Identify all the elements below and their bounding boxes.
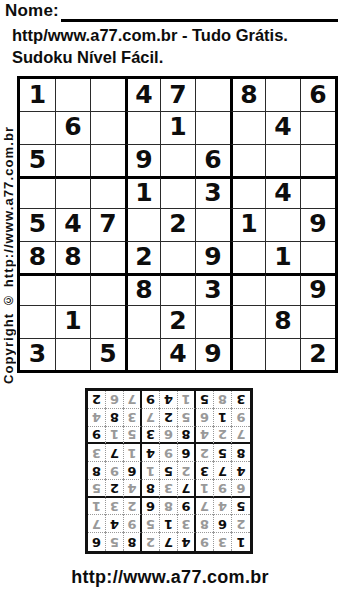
puzzle-cell-r4c6: 3 bbox=[195, 176, 230, 208]
puzzle-cell-r5c2: 4 bbox=[55, 208, 90, 240]
puzzle-cell-r9c3: 5 bbox=[90, 338, 125, 370]
puzzle-cell-r7c4: 8 bbox=[125, 273, 160, 305]
puzzle-cell-r7c6: 3 bbox=[195, 273, 230, 305]
solution-cell-r3c6: 6 bbox=[142, 498, 160, 516]
solution-cell-r4c9: 5 bbox=[88, 480, 106, 498]
solution-cell-r1c2: 3 bbox=[214, 533, 232, 551]
puzzle-cell-r2c5: 1 bbox=[160, 111, 195, 143]
puzzle-cell-r2c3[interactable] bbox=[90, 111, 125, 143]
puzzle-cell-r6c8: 1 bbox=[265, 241, 300, 273]
solution-cell-r5c7: 6 bbox=[124, 462, 142, 480]
solution-cell-r6c9: 3 bbox=[88, 444, 106, 462]
copyright-vertical-text: Copyright © http://www.a77.com.br bbox=[1, 84, 16, 426]
solution-cell-r3c4: 9 bbox=[178, 498, 196, 516]
puzzle-cell-r3c2[interactable] bbox=[55, 144, 90, 176]
puzzle-cell-r5c8[interactable] bbox=[265, 208, 300, 240]
puzzle-cell-r4c8: 4 bbox=[265, 176, 300, 208]
puzzle-cell-r7c3[interactable] bbox=[90, 273, 125, 305]
solution-cell-r8c3: 6 bbox=[196, 409, 214, 427]
solution-cell-r6c1: 8 bbox=[232, 444, 250, 462]
puzzle-cell-r4c3[interactable] bbox=[90, 176, 125, 208]
puzzle-cell-r4c7[interactable] bbox=[230, 176, 265, 208]
puzzle-cell-r3c6: 6 bbox=[195, 144, 230, 176]
solution-cell-r4c4: 7 bbox=[178, 480, 196, 498]
puzzle-cell-r9c9: 2 bbox=[300, 338, 335, 370]
solution-grid: 1394728562683159475479862316917384254732… bbox=[85, 388, 253, 554]
puzzle-cell-r9c2[interactable] bbox=[55, 338, 90, 370]
puzzle-cell-r1c7: 8 bbox=[230, 79, 265, 111]
puzzle-cell-r9c7[interactable] bbox=[230, 338, 265, 370]
solution-cell-r5c2: 7 bbox=[214, 462, 232, 480]
solution-cell-r1c5: 7 bbox=[160, 533, 178, 551]
puzzle-cell-r4c9[interactable] bbox=[300, 176, 335, 208]
puzzle-cell-r8c9[interactable] bbox=[300, 305, 335, 337]
solution-cell-r2c9: 7 bbox=[88, 515, 106, 533]
solution-cell-r3c2: 4 bbox=[214, 498, 232, 516]
puzzle-cell-r3c9[interactable] bbox=[300, 144, 335, 176]
solution-cell-r9c1: 3 bbox=[232, 391, 250, 409]
puzzle-cell-r2c7[interactable] bbox=[230, 111, 265, 143]
puzzle-cell-r4c1[interactable] bbox=[20, 176, 55, 208]
solution-cell-r2c8: 4 bbox=[106, 515, 124, 533]
puzzle-cell-r7c9: 9 bbox=[300, 273, 335, 305]
solution-cell-r4c6: 8 bbox=[142, 480, 160, 498]
solution-cell-r2c2: 6 bbox=[214, 515, 232, 533]
puzzle-cell-r8c1[interactable] bbox=[20, 305, 55, 337]
puzzle-cell-r3c3[interactable] bbox=[90, 144, 125, 176]
puzzle-cell-r6c3[interactable] bbox=[90, 241, 125, 273]
puzzle-cell-r5c6[interactable] bbox=[195, 208, 230, 240]
solution-cell-r5c5: 5 bbox=[160, 462, 178, 480]
solution-cell-r7c8: 1 bbox=[106, 427, 124, 445]
solution-cell-r9c3: 5 bbox=[196, 391, 214, 409]
solution-cell-r4c5: 3 bbox=[160, 480, 178, 498]
solution-cell-r7c4: 8 bbox=[178, 427, 196, 445]
puzzle-cell-r3c8[interactable] bbox=[265, 144, 300, 176]
solution-cell-r9c2: 8 bbox=[214, 391, 232, 409]
puzzle-cell-r7c8[interactable] bbox=[265, 273, 300, 305]
solution-cell-r7c9: 9 bbox=[88, 427, 106, 445]
solution-cell-r9c5: 4 bbox=[160, 391, 178, 409]
puzzle-cell-r1c2[interactable] bbox=[55, 79, 90, 111]
puzzle-cell-r7c5[interactable] bbox=[160, 273, 195, 305]
solution-cell-r8c8: 8 bbox=[106, 409, 124, 427]
puzzle-cell-r8c7[interactable] bbox=[230, 305, 265, 337]
solution-cell-r1c3: 9 bbox=[196, 533, 214, 551]
solution-cell-r2c6: 5 bbox=[142, 515, 160, 533]
puzzle-cell-r1c6[interactable] bbox=[195, 79, 230, 111]
solution-cell-r4c8: 2 bbox=[106, 480, 124, 498]
puzzle-cell-r5c3: 7 bbox=[90, 208, 125, 240]
puzzle-cell-r1c5: 7 bbox=[160, 79, 195, 111]
puzzle-cell-r1c9: 6 bbox=[300, 79, 335, 111]
puzzle-cell-r3c5[interactable] bbox=[160, 144, 195, 176]
puzzle-cell-r2c4[interactable] bbox=[125, 111, 160, 143]
solution-cell-r8c4: 5 bbox=[178, 409, 196, 427]
puzzle-cell-r5c1: 5 bbox=[20, 208, 55, 240]
solution-cell-r7c1: 7 bbox=[232, 427, 250, 445]
solution-cell-r2c4: 3 bbox=[178, 515, 196, 533]
solution-cell-r3c1: 5 bbox=[232, 498, 250, 516]
puzzle-cell-r7c2[interactable] bbox=[55, 273, 90, 305]
solution-cell-r4c1: 6 bbox=[232, 480, 250, 498]
name-underline bbox=[61, 19, 338, 22]
solution-cell-r6c3: 2 bbox=[196, 444, 214, 462]
solution-cell-r1c9: 6 bbox=[88, 533, 106, 551]
footer-url: http://www.a77.com.br bbox=[0, 567, 340, 588]
solution-cell-r3c8: 3 bbox=[106, 498, 124, 516]
solution-cell-r8c1: 9 bbox=[232, 409, 250, 427]
puzzle-cell-r6c2: 8 bbox=[55, 241, 90, 273]
puzzle-cell-r4c5[interactable] bbox=[160, 176, 195, 208]
solution-cell-r1c6: 2 bbox=[142, 533, 160, 551]
puzzle-cell-r1c3[interactable] bbox=[90, 79, 125, 111]
solution-cell-r6c7: 1 bbox=[124, 444, 142, 462]
puzzle-cell-r2c8: 4 bbox=[265, 111, 300, 143]
puzzle-cell-r2c2: 6 bbox=[55, 111, 90, 143]
puzzle-cell-r8c8: 8 bbox=[265, 305, 300, 337]
puzzle-cell-r2c6[interactable] bbox=[195, 111, 230, 143]
solution-cell-r9c7: 7 bbox=[124, 391, 142, 409]
puzzle-cell-r7c7[interactable] bbox=[230, 273, 265, 305]
puzzle-cell-r2c1[interactable] bbox=[20, 111, 55, 143]
puzzle-cell-r2c9[interactable] bbox=[300, 111, 335, 143]
puzzle-cell-r4c4: 1 bbox=[125, 176, 160, 208]
solution-cell-r6c6: 4 bbox=[142, 444, 160, 462]
solution-cell-r6c5: 9 bbox=[160, 444, 178, 462]
solution-cell-r3c5: 8 bbox=[160, 498, 178, 516]
puzzle-grid: 147866145961345472198829183912835492 bbox=[17, 76, 338, 373]
solution-cell-r8c9: 4 bbox=[88, 409, 106, 427]
solution-cell-r5c8: 9 bbox=[106, 462, 124, 480]
solution-cell-r9c8: 6 bbox=[106, 391, 124, 409]
solution-cell-r5c1: 4 bbox=[232, 462, 250, 480]
solution-cell-r3c7: 2 bbox=[124, 498, 142, 516]
solution-cell-r7c5: 6 bbox=[160, 427, 178, 445]
solution-cell-r3c9: 1 bbox=[88, 498, 106, 516]
solution-cell-r2c1: 2 bbox=[232, 515, 250, 533]
puzzle-cell-r3c7[interactable] bbox=[230, 144, 265, 176]
solution-cell-r2c7: 9 bbox=[124, 515, 142, 533]
solution-cell-r8c5: 2 bbox=[160, 409, 178, 427]
solution-cell-r5c9: 8 bbox=[88, 462, 106, 480]
puzzle-cell-r9c4[interactable] bbox=[125, 338, 160, 370]
puzzle-cell-r6c4: 2 bbox=[125, 241, 160, 273]
solution-cell-r1c8: 5 bbox=[106, 533, 124, 551]
puzzle-cell-r6c6: 9 bbox=[195, 241, 230, 273]
puzzle-cell-r6c7[interactable] bbox=[230, 241, 265, 273]
solution-cell-r4c7: 4 bbox=[124, 480, 142, 498]
puzzle-cell-r9c5: 4 bbox=[160, 338, 195, 370]
puzzle-cell-r9c6: 9 bbox=[195, 338, 230, 370]
solution-cell-r7c2: 2 bbox=[214, 427, 232, 445]
solution-cell-r7c3: 4 bbox=[196, 427, 214, 445]
puzzle-cell-r8c6[interactable] bbox=[195, 305, 230, 337]
puzzle-cell-r1c1: 1 bbox=[20, 79, 55, 111]
solution-cell-r2c5: 1 bbox=[160, 515, 178, 533]
solution-cell-r8c6: 7 bbox=[142, 409, 160, 427]
solution-cell-r4c3: 1 bbox=[196, 480, 214, 498]
solution-cell-r6c8: 7 bbox=[106, 444, 124, 462]
puzzle-cell-r5c9: 9 bbox=[300, 208, 335, 240]
puzzle-cell-r5c7: 1 bbox=[230, 208, 265, 240]
name-label: Nome: bbox=[5, 1, 59, 21]
solution-cell-r2c3: 8 bbox=[196, 515, 214, 533]
solution-cell-r9c4: 1 bbox=[178, 391, 196, 409]
puzzle-cell-r3c4: 9 bbox=[125, 144, 160, 176]
site-title: http/www.a77.com.br - Tudo Grátis. bbox=[12, 26, 288, 45]
solution-cell-r8c2: 1 bbox=[214, 409, 232, 427]
puzzle-cell-r8c5: 2 bbox=[160, 305, 195, 337]
solution-cell-r9c6: 9 bbox=[142, 391, 160, 409]
puzzle-cell-r8c4[interactable] bbox=[125, 305, 160, 337]
solution-cell-r3c3: 7 bbox=[196, 498, 214, 516]
puzzle-cell-r7c1[interactable] bbox=[20, 273, 55, 305]
solution-cell-r1c4: 4 bbox=[178, 533, 196, 551]
solution-cell-r1c1: 1 bbox=[232, 533, 250, 551]
puzzle-cell-r3c1: 5 bbox=[20, 144, 55, 176]
solution-cell-r9c9: 2 bbox=[88, 391, 106, 409]
solution-cell-r8c7: 3 bbox=[124, 409, 142, 427]
puzzle-cell-r9c1: 3 bbox=[20, 338, 55, 370]
solution-cell-r5c4: 2 bbox=[178, 462, 196, 480]
puzzle-cell-r6c9[interactable] bbox=[300, 241, 335, 273]
solution-cell-r5c3: 3 bbox=[196, 462, 214, 480]
puzzle-cell-r8c2: 1 bbox=[55, 305, 90, 337]
solution-cell-r7c6: 3 bbox=[142, 427, 160, 445]
puzzle-level-title: Sudoku Nível Fácil. bbox=[12, 48, 163, 67]
puzzle-cell-r9c8[interactable] bbox=[265, 338, 300, 370]
solution-cell-r4c2: 9 bbox=[214, 480, 232, 498]
puzzle-cell-r1c4: 4 bbox=[125, 79, 160, 111]
solution-cell-r5c6: 1 bbox=[142, 462, 160, 480]
solution-cell-r1c7: 8 bbox=[124, 533, 142, 551]
puzzle-cell-r1c8[interactable] bbox=[265, 79, 300, 111]
puzzle-cell-r8c3[interactable] bbox=[90, 305, 125, 337]
puzzle-cell-r4c2[interactable] bbox=[55, 176, 90, 208]
solution-cell-r7c7: 5 bbox=[124, 427, 142, 445]
puzzle-cell-r6c1: 8 bbox=[20, 241, 55, 273]
solution-cell-r6c2: 5 bbox=[214, 444, 232, 462]
puzzle-cell-r5c5: 2 bbox=[160, 208, 195, 240]
solution-cell-r6c4: 6 bbox=[178, 444, 196, 462]
puzzle-cell-r6c5[interactable] bbox=[160, 241, 195, 273]
puzzle-cell-r5c4[interactable] bbox=[125, 208, 160, 240]
